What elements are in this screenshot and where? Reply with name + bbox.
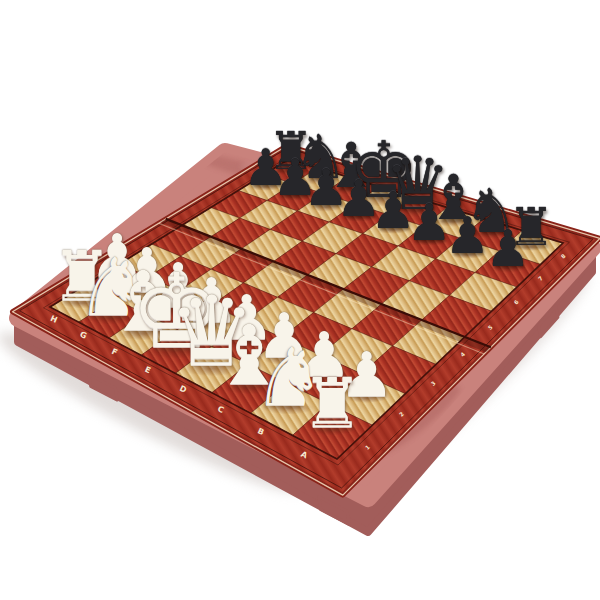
chess-board: HGFEDCBA12345678	[0, 0, 600, 600]
chess-set-photo: HGFEDCBA12345678 ♜♞♝♛♚♝♞♜♟♟♟♟♟♟♟♟♟♟♟♟♟♟♟…	[0, 0, 600, 600]
